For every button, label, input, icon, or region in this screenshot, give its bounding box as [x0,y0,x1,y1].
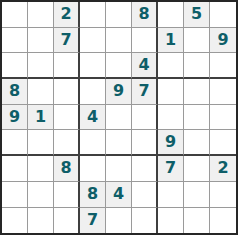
sudoku-cell[interactable] [210,182,236,208]
sudoku-cell[interactable] [2,130,28,156]
sudoku-cell[interactable] [158,182,184,208]
sudoku-cell[interactable] [132,156,158,182]
sudoku-cell[interactable] [184,156,210,182]
cell-digit: 2 [60,6,71,22]
sudoku-cell[interactable] [184,53,210,79]
cell-digit: 9 [165,134,176,150]
sudoku-cell[interactable]: 2 [54,2,80,28]
cell-digit: 4 [87,109,98,125]
sudoku-cell[interactable] [80,2,106,28]
sudoku-cell[interactable] [184,130,210,156]
sudoku-cell[interactable] [106,2,132,28]
sudoku-cell[interactable] [210,79,236,105]
sudoku-cell[interactable] [54,105,80,131]
sudoku-cell[interactable] [54,208,80,234]
sudoku-cell[interactable]: 8 [80,182,106,208]
sudoku-cell[interactable] [158,208,184,234]
sudoku-cell[interactable] [106,130,132,156]
sudoku-cell[interactable] [2,28,28,54]
sudoku-cell[interactable]: 7 [132,79,158,105]
sudoku-cell[interactable] [106,156,132,182]
sudoku-cell[interactable]: 7 [158,156,184,182]
sudoku-cell[interactable] [106,208,132,234]
cell-digit: 9 [9,109,20,125]
cell-digit: 7 [165,160,176,176]
sudoku-cell[interactable] [2,156,28,182]
sudoku-board: 28571948979149872847 [0,0,238,235]
sudoku-cell[interactable]: 4 [132,53,158,79]
sudoku-cell[interactable] [210,2,236,28]
sudoku-cell[interactable] [106,28,132,54]
sudoku-cell[interactable] [54,182,80,208]
cell-digit: 4 [138,57,149,73]
sudoku-cell[interactable]: 1 [28,105,54,131]
sudoku-cell[interactable] [132,130,158,156]
sudoku-cell[interactable]: 9 [2,105,28,131]
sudoku-cell[interactable] [28,2,54,28]
sudoku-cell[interactable] [80,130,106,156]
sudoku-cell[interactable] [184,208,210,234]
sudoku-cell[interactable] [28,156,54,182]
sudoku-cell[interactable] [210,208,236,234]
sudoku-cell[interactable]: 2 [210,156,236,182]
sudoku-cell[interactable]: 9 [106,79,132,105]
cell-digit: 8 [60,160,71,176]
sudoku-cell[interactable] [106,105,132,131]
sudoku-cell[interactable] [54,130,80,156]
sudoku-cell[interactable] [80,53,106,79]
sudoku-app: 28571948979149872847 [0,0,240,237]
sudoku-cell[interactable] [132,28,158,54]
sudoku-cell[interactable] [2,53,28,79]
sudoku-cell[interactable] [210,53,236,79]
sudoku-cell[interactable] [80,28,106,54]
sudoku-cell[interactable]: 8 [132,2,158,28]
sudoku-cell[interactable] [28,208,54,234]
sudoku-cell[interactable] [184,79,210,105]
sudoku-cell[interactable]: 9 [210,28,236,54]
cell-digit: 1 [35,109,46,125]
sudoku-cell[interactable] [2,208,28,234]
sudoku-cell[interactable] [80,156,106,182]
sudoku-cell[interactable] [28,182,54,208]
cell-digit: 2 [217,160,228,176]
sudoku-cell[interactable] [2,2,28,28]
sudoku-cell[interactable] [54,53,80,79]
cell-digit: 1 [165,32,176,48]
sudoku-cell[interactable] [184,28,210,54]
cell-digit: 7 [138,83,149,99]
sudoku-cell[interactable] [80,79,106,105]
sudoku-cell[interactable]: 1 [158,28,184,54]
sudoku-cell[interactable] [210,130,236,156]
sudoku-cell[interactable]: 8 [2,79,28,105]
cell-digit: 9 [217,32,228,48]
sudoku-cell[interactable]: 7 [80,208,106,234]
sudoku-cell[interactable] [132,208,158,234]
sudoku-cell[interactable] [184,105,210,131]
sudoku-cell[interactable] [184,182,210,208]
sudoku-cell[interactable]: 9 [158,130,184,156]
cell-digit: 8 [87,186,98,202]
cell-digit: 7 [87,212,98,228]
sudoku-cell[interactable] [28,28,54,54]
sudoku-cell[interactable]: 4 [80,105,106,131]
sudoku-cell[interactable]: 5 [184,2,210,28]
sudoku-cell[interactable] [54,79,80,105]
sudoku-cell[interactable] [158,105,184,131]
cell-digit: 7 [60,32,71,48]
sudoku-cell[interactable]: 8 [54,156,80,182]
sudoku-cell[interactable] [158,79,184,105]
sudoku-cell[interactable]: 7 [54,28,80,54]
sudoku-cell[interactable]: 4 [106,182,132,208]
cell-digit: 9 [113,83,124,99]
sudoku-cell[interactable] [106,53,132,79]
sudoku-cell[interactable] [28,130,54,156]
sudoku-cell[interactable] [132,105,158,131]
cell-digit: 4 [113,186,124,202]
sudoku-cell[interactable] [2,182,28,208]
cell-digit: 8 [9,83,20,99]
cell-digit: 5 [191,6,202,22]
cell-digit: 8 [138,6,149,22]
sudoku-cell[interactable] [158,53,184,79]
sudoku-cell[interactable] [210,105,236,131]
sudoku-cell[interactable] [158,2,184,28]
sudoku-cell[interactable] [28,79,54,105]
sudoku-cell[interactable] [132,182,158,208]
sudoku-cell[interactable] [28,53,54,79]
